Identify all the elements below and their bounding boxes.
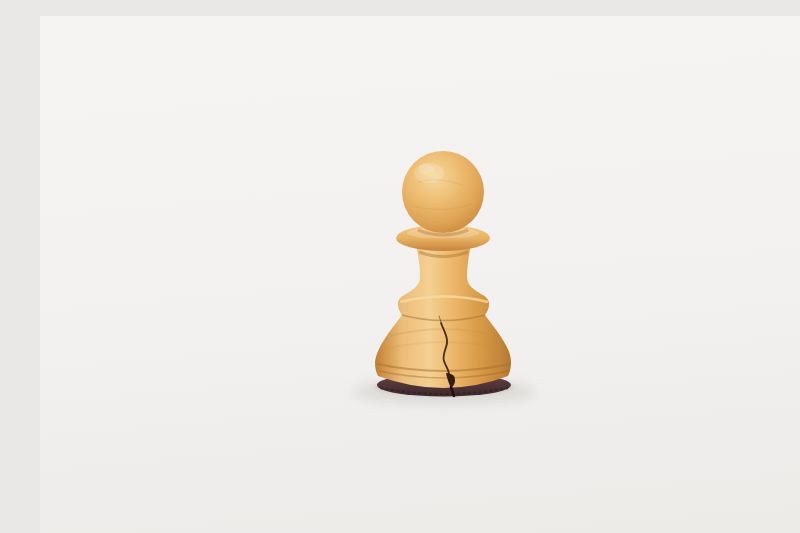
pawn-photo-canvas: [40, 16, 800, 533]
head-specular-highlight: [418, 164, 434, 174]
photo-frame: ♙: [40, 16, 800, 533]
pawn-head: [402, 151, 484, 233]
pawn-body: [375, 245, 511, 388]
